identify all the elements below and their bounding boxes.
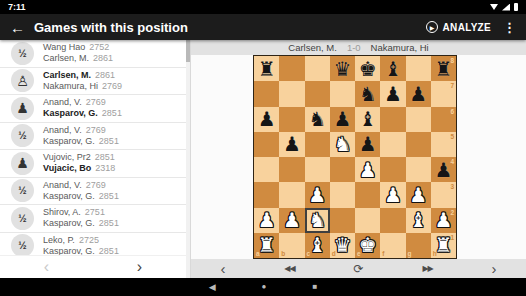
result-badge: ♟ <box>11 97 34 120</box>
square-h7[interactable]: 7 <box>431 81 456 106</box>
player-name: Carlsen, M. <box>43 53 89 63</box>
cellular-signal-icon <box>502 4 510 11</box>
black-pawn-g7[interactable]: ♟ <box>409 84 427 104</box>
player-rating: 2769 <box>86 97 106 107</box>
chess-board[interactable]: ♜♛♚♝♜8♞♟♟7♟♞♟♝6♟♞♟5♟♟4♟♟♟3♟♟♞♝♟2♜ab♝c♛d♚… <box>253 55 457 259</box>
square-b4[interactable] <box>279 157 304 182</box>
square-g2[interactable]: ♝ <box>406 208 431 233</box>
square-d7[interactable] <box>330 81 355 106</box>
square-g7[interactable]: ♟ <box>406 81 431 106</box>
player-rating: 2769 <box>86 180 106 190</box>
nav-back-icon[interactable]: ◀ <box>209 283 216 292</box>
black-pawn-a6[interactable]: ♟ <box>258 109 276 129</box>
player-rating: 2769 <box>86 125 106 135</box>
square-g8[interactable] <box>406 56 431 81</box>
square-b7[interactable] <box>279 81 304 106</box>
file-label-b: b <box>281 250 285 257</box>
square-h4[interactable]: ♟4 <box>431 157 456 182</box>
square-c4[interactable] <box>305 157 330 182</box>
overflow-menu-icon[interactable]: ⋮ <box>503 20 516 35</box>
square-c2[interactable]: ♞ <box>305 208 330 233</box>
player-name: Kasparov, G. <box>43 191 95 201</box>
white-pawn-g3[interactable]: ♟ <box>409 185 427 205</box>
square-a7[interactable] <box>254 81 279 106</box>
player-name: Shirov, A. <box>43 207 81 217</box>
square-h5[interactable]: 5 <box>431 132 456 157</box>
white-bishop-g2[interactable]: ♝ <box>409 210 427 230</box>
players-text: Carlsen, M.2861Nakamura, Hi2769 <box>43 70 122 92</box>
nav-recents-icon[interactable]: ■ <box>312 283 317 291</box>
white-player-line: Carlsen, M.2861 <box>43 70 122 81</box>
analyze-label: ANALYZE <box>443 22 491 33</box>
result-badge: ½ <box>11 234 34 257</box>
board-toolbar: ‹◀◀⟳▶▶› <box>191 259 526 278</box>
result-badge: ½ <box>11 124 34 147</box>
result-badge: ♟ <box>11 152 34 175</box>
black-pawn-f7[interactable]: ♟ <box>384 84 402 104</box>
square-g1[interactable]: g <box>406 233 431 258</box>
square-c5[interactable] <box>305 132 330 157</box>
square-f4[interactable] <box>380 157 405 182</box>
square-h2[interactable]: ♟2 <box>431 208 456 233</box>
player-rating: 2851 <box>99 191 119 201</box>
square-g5[interactable] <box>406 132 431 157</box>
square-c8[interactable] <box>305 56 330 81</box>
game-list-item[interactable]: ½Wang Hao2752Carlsen, M.2861 <box>0 40 190 68</box>
square-a1[interactable]: ♜a <box>254 233 279 258</box>
square-e1[interactable]: ♚e <box>355 233 380 258</box>
battery-icon <box>514 3 518 11</box>
square-e4[interactable]: ♟ <box>355 157 380 182</box>
file-label-c: c <box>307 250 311 257</box>
white-player-line: Shirov, A.2751 <box>43 207 119 218</box>
player-name: Leko, P. <box>43 235 75 245</box>
square-h3[interactable]: 3 <box>431 182 456 207</box>
file-label-e: e <box>357 250 361 257</box>
page-next-icon[interactable]: › <box>137 259 142 275</box>
game-list-item[interactable]: ½Anand, V.2769Kasparov, G.2851 <box>0 178 190 206</box>
player-name: Anand, V. <box>43 125 82 135</box>
square-d8[interactable]: ♛ <box>330 56 355 81</box>
wifi-icon <box>490 4 498 10</box>
black-player-name: Nakamura, Hi <box>371 42 429 53</box>
list-pagination: ‹ › <box>0 255 186 278</box>
rank-label-6: 6 <box>450 108 454 115</box>
game-list-item[interactable]: ½Anand, V.2769Kasparov, G.2851 <box>0 123 190 151</box>
fast-forward-icon[interactable]: ▶▶ <box>422 264 432 273</box>
file-label-a: a <box>256 250 260 257</box>
white-player-line: Wang Hao2752 <box>43 42 113 53</box>
square-d3[interactable] <box>330 182 355 207</box>
players-text: Anand, V.2769Kasparov, G.2851 <box>43 97 122 119</box>
square-h6[interactable]: 6 <box>431 107 456 132</box>
black-player-line: Vujacic, Bo2318 <box>43 163 115 174</box>
square-b3[interactable] <box>279 182 304 207</box>
game-list-item[interactable]: ♟Vujovic, Pr22851Vujacic, Bo2318 <box>0 150 190 178</box>
result-badge: ½ <box>11 179 34 202</box>
square-a6[interactable]: ♟ <box>254 107 279 132</box>
square-c1[interactable]: ♝c <box>305 233 330 258</box>
player-rating: 2751 <box>85 207 105 217</box>
rank-label-7: 7 <box>450 82 454 89</box>
clock: 7:11 <box>8 2 26 12</box>
result-badge: ♙ <box>11 69 34 92</box>
game-list-item[interactable]: ♟Anand, V.2769Kasparov, G.2851 <box>0 95 190 123</box>
square-b2[interactable]: ♟ <box>279 208 304 233</box>
rank-label-4: 4 <box>450 158 454 165</box>
player-rating: 2318 <box>95 163 115 173</box>
square-b6[interactable] <box>279 107 304 132</box>
square-d5[interactable]: ♞ <box>330 132 355 157</box>
white-pawn-a2[interactable]: ♟ <box>258 210 276 230</box>
file-label-g: g <box>408 250 412 257</box>
player-name: Nakamura, Hi <box>43 81 98 91</box>
next-move-icon[interactable]: › <box>492 261 497 276</box>
white-player-line: Anand, V.2769 <box>43 125 119 136</box>
square-a3[interactable] <box>254 182 279 207</box>
player-name: Vujacic, Bo <box>43 163 91 173</box>
square-c6[interactable]: ♞ <box>305 107 330 132</box>
square-a5[interactable] <box>254 132 279 157</box>
square-c7[interactable] <box>305 81 330 106</box>
white-bishop-c1[interactable]: ♝ <box>308 235 326 255</box>
black-rook-a8[interactable]: ♜ <box>258 59 276 79</box>
black-queen-d8[interactable]: ♛ <box>333 59 351 79</box>
board-panel: Carlsen, M. 1-0 Nakamura, Hi ♜♛♚♝♜8♞♟♟7♟… <box>190 40 526 278</box>
square-e3[interactable] <box>355 182 380 207</box>
player-rating: 2725 <box>79 235 99 245</box>
square-e8[interactable]: ♚ <box>355 56 380 81</box>
black-pawn-e5[interactable]: ♟ <box>359 134 377 154</box>
game-list-item[interactable]: ½Shirov, A.2751Kasparov, G.2851 <box>0 205 190 233</box>
black-player-line: Kasparov, G.2851 <box>43 108 122 119</box>
square-d1[interactable]: ♛d <box>330 233 355 258</box>
app-bar: ← Games with this position ▶ ANALYZE ⋮ <box>0 14 526 40</box>
square-e7[interactable]: ♞ <box>355 81 380 106</box>
white-player-line: Anand, V.2769 <box>43 180 119 191</box>
black-pawn-b5[interactable]: ♟ <box>283 134 301 154</box>
game-header: Carlsen, M. 1-0 Nakamura, Hi <box>191 40 526 55</box>
back-icon[interactable]: ← <box>10 19 34 36</box>
black-knight-e7[interactable]: ♞ <box>359 84 377 104</box>
players-text: Leko, P.2725Kasparov, G.2851 <box>43 235 119 257</box>
games-list-panel: ½Wang Hao2752Carlsen, M.2861♙Carlsen, M.… <box>0 40 190 278</box>
black-player-line: Kasparov, G.2851 <box>43 136 119 147</box>
result-badge: ½ <box>11 207 34 230</box>
white-queen-d1[interactable]: ♛ <box>333 235 351 255</box>
white-king-e1[interactable]: ♚ <box>359 235 377 255</box>
fast-backward-icon[interactable]: ◀◀ <box>284 264 294 273</box>
player-name: Kasparov, G. <box>43 218 95 228</box>
black-pawn-d6[interactable]: ♟ <box>333 109 351 129</box>
status-icons <box>490 3 518 11</box>
square-f3[interactable]: ♟ <box>380 182 405 207</box>
white-player-name: Carlsen, M. <box>288 42 337 53</box>
square-f6[interactable] <box>380 107 405 132</box>
file-label-f: f <box>382 250 384 257</box>
result-badge: ½ <box>11 42 34 65</box>
player-rating: 2752 <box>89 42 109 52</box>
white-rook-a1[interactable]: ♜ <box>258 235 276 255</box>
player-rating: 2851 <box>95 152 115 162</box>
square-g6[interactable] <box>406 107 431 132</box>
game-list-item[interactable]: ♙Carlsen, M.2861Nakamura, Hi2769 <box>0 68 190 96</box>
page-title: Games with this position <box>34 20 426 35</box>
square-d2[interactable] <box>330 208 355 233</box>
player-rating: 2861 <box>93 53 113 63</box>
square-f8[interactable]: ♝ <box>380 56 405 81</box>
player-name: Wang Hao <box>43 42 85 52</box>
black-player-line: Carlsen, M.2861 <box>43 53 113 64</box>
page-prev-icon[interactable]: ‹ <box>44 259 49 275</box>
players-text: Wang Hao2752Carlsen, M.2861 <box>43 42 113 64</box>
status-bar: 7:11 <box>0 0 526 14</box>
square-g4[interactable] <box>406 157 431 182</box>
square-d4[interactable] <box>330 157 355 182</box>
square-e2[interactable] <box>355 208 380 233</box>
white-player-line: Anand, V.2769 <box>43 97 122 108</box>
rank-label-1: 1 <box>450 234 454 241</box>
prev-move-icon[interactable]: ‹ <box>220 261 225 276</box>
rank-label-2: 2 <box>450 209 454 216</box>
white-knight-d5[interactable]: ♞ <box>333 134 351 154</box>
square-f2[interactable] <box>380 208 405 233</box>
reload-icon[interactable]: ⟳ <box>353 262 363 276</box>
rank-label-8: 8 <box>450 57 454 64</box>
android-nav-bar: ◀ ● ■ <box>0 278 526 296</box>
black-king-e8[interactable]: ♚ <box>359 59 377 79</box>
file-label-h: h <box>433 250 437 257</box>
white-knight-c2[interactable]: ♞ <box>308 210 326 230</box>
content-area: ½Wang Hao2752Carlsen, M.2861♙Carlsen, M.… <box>0 40 526 278</box>
square-b1[interactable]: b <box>279 233 304 258</box>
player-rating: 2851 <box>99 218 119 228</box>
player-name: Anand, V. <box>43 97 82 107</box>
play-circle-icon: ▶ <box>426 21 438 33</box>
game-result: 1-0 <box>347 42 361 53</box>
games-list: ½Wang Hao2752Carlsen, M.2861♙Carlsen, M.… <box>0 40 190 260</box>
analyze-button[interactable]: ▶ ANALYZE <box>426 21 491 33</box>
player-name: Carlsen, M. <box>43 70 91 80</box>
black-knight-c6[interactable]: ♞ <box>308 109 326 129</box>
player-name: Anand, V. <box>43 180 82 190</box>
players-text: Vujovic, Pr22851Vujacic, Bo2318 <box>43 152 115 174</box>
white-pawn-c3[interactable]: ♟ <box>308 185 326 205</box>
white-pawn-f3[interactable]: ♟ <box>384 185 402 205</box>
black-bishop-e6[interactable]: ♝ <box>359 109 377 129</box>
square-b5[interactable]: ♟ <box>279 132 304 157</box>
square-h1[interactable]: ♜1h <box>431 233 456 258</box>
player-name: Vujovic, Pr2 <box>43 152 91 162</box>
players-text: Shirov, A.2751Kasparov, G.2851 <box>43 207 119 229</box>
player-rating: 2851 <box>99 136 119 146</box>
rank-label-3: 3 <box>450 183 454 190</box>
rank-label-5: 5 <box>450 133 454 140</box>
black-player-line: Nakamura, Hi2769 <box>43 81 122 92</box>
square-g3[interactable]: ♟ <box>406 182 431 207</box>
player-name: Kasparov, G. <box>43 136 95 146</box>
square-a8[interactable]: ♜ <box>254 56 279 81</box>
square-c3[interactable]: ♟ <box>305 182 330 207</box>
white-pawn-b2[interactable]: ♟ <box>283 210 301 230</box>
square-e6[interactable]: ♝ <box>355 107 380 132</box>
player-rating: 2851 <box>102 108 122 118</box>
square-h8[interactable]: ♜8 <box>431 56 456 81</box>
nav-home-icon[interactable]: ● <box>262 283 267 291</box>
square-e5[interactable]: ♟ <box>355 132 380 157</box>
square-a2[interactable]: ♟ <box>254 208 279 233</box>
black-player-line: Kasparov, G.2851 <box>43 191 119 202</box>
square-a4[interactable] <box>254 157 279 182</box>
players-text: Anand, V.2769Kasparov, G.2851 <box>43 180 119 202</box>
black-player-line: Kasparov, G.2851 <box>43 218 119 229</box>
player-rating: 2769 <box>102 81 122 91</box>
players-text: Anand, V.2769Kasparov, G.2851 <box>43 125 119 147</box>
square-b8[interactable] <box>279 56 304 81</box>
square-d6[interactable]: ♟ <box>330 107 355 132</box>
white-player-line: Leko, P.2725 <box>43 235 119 246</box>
player-rating: 2861 <box>95 70 115 80</box>
square-f7[interactable]: ♟ <box>380 81 405 106</box>
square-f1[interactable]: f <box>380 233 405 258</box>
black-bishop-f8[interactable]: ♝ <box>384 59 402 79</box>
file-label-d: d <box>332 250 336 257</box>
white-pawn-e4[interactable]: ♟ <box>359 160 377 180</box>
player-name: Kasparov, G. <box>43 108 98 118</box>
square-f5[interactable] <box>380 132 405 157</box>
white-player-line: Vujovic, Pr22851 <box>43 152 115 163</box>
